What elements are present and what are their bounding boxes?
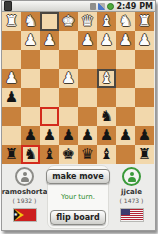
square-g7[interactable]: ♟ (21, 126, 40, 145)
square-f1[interactable] (40, 12, 59, 31)
square-a3[interactable] (135, 50, 154, 69)
piece-black-pawn[interactable]: ♟ (78, 126, 97, 145)
square-d7[interactable]: ♟ (78, 126, 97, 145)
piece-white-queen[interactable]: ♛ (78, 12, 97, 31)
piece-black-pawn[interactable]: ♟ (97, 126, 116, 145)
square-b7[interactable]: ♟ (116, 126, 135, 145)
piece-black-pawn[interactable]: ♟ (40, 126, 59, 145)
controls-column: make move Your turn. flip board (47, 164, 109, 230)
square-h5[interactable]: ♟ (2, 88, 21, 107)
square-b4[interactable] (116, 69, 135, 88)
square-c7[interactable]: ♟ (97, 126, 116, 145)
piece-black-queen[interactable]: ♛ (78, 145, 97, 164)
phone-screen: 2:49 PM ♜♞♚♛♝♞♜♟♟♟♟♟♟♟♟♝♟♞♟♟♟♟♟♟♟♜♞♝♚♛♝♜… (1, 0, 156, 231)
person-icon (23, 172, 27, 176)
piece-black-rook[interactable]: ♜ (135, 145, 154, 164)
square-d3[interactable] (78, 50, 97, 69)
square-e4[interactable]: ♟ (59, 69, 78, 88)
square-f4[interactable] (40, 69, 59, 88)
piece-white-rook[interactable]: ♜ (135, 12, 154, 31)
square-b2[interactable]: ♟ (116, 31, 135, 50)
square-f3[interactable] (40, 50, 59, 69)
flip-board-button[interactable]: flip board (50, 210, 105, 225)
square-f5[interactable] (40, 88, 59, 107)
square-d6[interactable] (78, 107, 97, 126)
square-b1[interactable]: ♞ (116, 12, 135, 31)
player-right: jjcale ( 1473 ) (109, 164, 154, 230)
piece-black-pawn[interactable]: ♟ (135, 126, 154, 145)
square-a8[interactable]: ♜ (135, 145, 154, 164)
square-h3[interactable] (2, 50, 21, 69)
square-a5[interactable] (135, 88, 154, 107)
flag-star: ★ (14, 212, 18, 217)
player-left: ramoshorta ( 1932 ) ★ (2, 164, 47, 230)
square-h2[interactable] (2, 31, 21, 50)
square-b8[interactable] (116, 145, 135, 164)
square-f8[interactable]: ♝ (40, 145, 59, 164)
square-g3[interactable] (21, 50, 40, 69)
person-icon (130, 172, 134, 176)
make-move-button[interactable]: make move (46, 169, 110, 184)
app-window: 2:49 PM ♜♞♚♛♝♞♜♟♟♟♟♟♟♟♟♝♟♞♟♟♟♟♟♟♟♜♞♝♚♛♝♜… (0, 0, 158, 234)
square-d1[interactable]: ♛ (78, 12, 97, 31)
player-left-name: ramoshorta (2, 188, 48, 196)
notification-icon (4, 1, 12, 11)
piece-black-pawn[interactable]: ♟ (2, 88, 21, 107)
player-right-name: jjcale (121, 188, 142, 196)
square-c3[interactable] (97, 50, 116, 69)
piece-black-rook[interactable]: ♜ (2, 145, 21, 164)
square-a1[interactable]: ♜ (135, 12, 154, 31)
piece-white-pawn[interactable]: ♟ (59, 69, 78, 88)
piece-white-pawn[interactable]: ♟ (2, 69, 21, 88)
square-c4[interactable]: ♝ (97, 69, 116, 88)
square-e8[interactable]: ♚ (59, 145, 78, 164)
piece-white-king[interactable]: ♚ (59, 12, 78, 31)
person-icon (128, 177, 136, 182)
square-a6[interactable] (135, 107, 154, 126)
piece-white-pawn[interactable]: ♟ (97, 31, 116, 50)
square-g2[interactable]: ♟ (21, 31, 40, 50)
square-c6[interactable]: ♞ (97, 107, 116, 126)
square-d5[interactable] (78, 88, 97, 107)
flag-east-timor: ★ (13, 208, 37, 222)
player-left-rating: ( 1932 ) (13, 197, 37, 204)
piece-white-pawn[interactable]: ♟ (135, 31, 154, 50)
square-d2[interactable]: ♟ (78, 31, 97, 50)
square-a7[interactable]: ♟ (135, 126, 154, 145)
person-icon (21, 177, 29, 182)
square-e5[interactable] (59, 88, 78, 107)
piece-white-knight[interactable]: ♞ (116, 12, 135, 31)
square-b5[interactable] (116, 88, 135, 107)
square-g1[interactable]: ♞ (21, 12, 40, 31)
status-bar: 2:49 PM (2, 1, 155, 12)
controls-card: make move Your turn. flip board (47, 165, 109, 229)
sdcard-icon (90, 3, 96, 10)
flag-canton (121, 209, 130, 215)
square-c1[interactable]: ♝ (97, 12, 116, 31)
square-e3[interactable] (59, 50, 78, 69)
player-right-rating: ( 1473 ) (120, 197, 144, 204)
flag-united-states (120, 208, 144, 222)
square-c2[interactable]: ♟ (97, 31, 116, 50)
square-f6[interactable] (40, 107, 59, 126)
avatar-right[interactable] (122, 167, 141, 186)
piece-white-knight[interactable]: ♞ (21, 12, 40, 31)
square-g4[interactable] (21, 69, 40, 88)
piece-white-bishop[interactable]: ♝ (97, 12, 116, 31)
square-g8[interactable]: ♞ (21, 145, 40, 164)
piece-black-pawn[interactable]: ♟ (59, 126, 78, 145)
game-info-panel: ramoshorta ( 1932 ) ★ make move Your tur… (2, 164, 155, 230)
square-f2[interactable]: ♟ (40, 31, 59, 50)
battery-icon (107, 3, 114, 10)
piece-black-king[interactable]: ♚ (59, 145, 78, 164)
square-h1[interactable]: ♜ (2, 12, 21, 31)
piece-black-pawn[interactable]: ♟ (21, 126, 40, 145)
piece-white-rook[interactable]: ♜ (2, 12, 21, 31)
piece-black-bishop[interactable]: ♝ (40, 145, 59, 164)
square-a2[interactable]: ♟ (135, 31, 154, 50)
square-g6[interactable] (21, 107, 40, 126)
square-b3[interactable] (116, 50, 135, 69)
square-d4[interactable] (78, 69, 97, 88)
piece-black-bishop[interactable]: ♝ (97, 145, 116, 164)
square-e2[interactable] (59, 31, 78, 50)
signal-icon (98, 3, 105, 10)
square-h6[interactable] (2, 107, 21, 126)
avatar-left[interactable] (15, 167, 34, 186)
square-f7[interactable]: ♟ (40, 126, 59, 145)
piece-white-bishop[interactable]: ♝ (97, 69, 116, 88)
piece-white-pawn[interactable]: ♟ (116, 31, 135, 50)
square-h8[interactable]: ♜ (2, 145, 21, 164)
square-d8[interactable]: ♛ (78, 145, 97, 164)
square-e1[interactable]: ♚ (59, 12, 78, 31)
piece-black-pawn[interactable]: ♟ (116, 126, 135, 145)
square-h4[interactable]: ♟ (2, 69, 21, 88)
square-c5[interactable] (97, 88, 116, 107)
square-c8[interactable]: ♝ (97, 145, 116, 164)
square-h7[interactable] (2, 126, 21, 145)
square-e6[interactable] (59, 107, 78, 126)
turn-status-text: Your turn. (61, 193, 95, 201)
square-g5[interactable] (21, 88, 40, 107)
piece-white-pawn[interactable]: ♟ (21, 31, 40, 50)
square-a4[interactable] (135, 69, 154, 88)
piece-white-pawn[interactable]: ♟ (40, 31, 59, 50)
square-e7[interactable]: ♟ (59, 126, 78, 145)
clock-text: 2:49 PM (116, 1, 153, 12)
piece-black-knight[interactable]: ♞ (97, 107, 116, 126)
chess-board[interactable]: ♜♞♚♛♝♞♜♟♟♟♟♟♟♟♟♝♟♞♟♟♟♟♟♟♟♜♞♝♚♛♝♜ (2, 12, 154, 164)
piece-white-pawn[interactable]: ♟ (78, 31, 97, 50)
square-b6[interactable] (116, 107, 135, 126)
piece-black-knight[interactable]: ♞ (21, 145, 40, 164)
